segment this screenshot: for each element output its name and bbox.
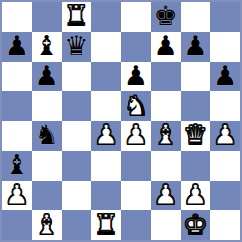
square-h7[interactable] [210, 32, 240, 62]
square-c6[interactable] [62, 62, 92, 92]
piece-white-knight[interactable]: ♞ [124, 92, 148, 119]
square-f3[interactable] [151, 151, 181, 181]
piece-black-pawn[interactable]: ♟ [213, 62, 237, 89]
square-f6[interactable] [151, 62, 181, 92]
piece-white-pawn[interactable]: ♟ [183, 181, 207, 208]
square-f7[interactable]: ♟ [151, 32, 181, 62]
square-g8[interactable] [181, 2, 211, 32]
square-e6[interactable]: ♟ [121, 62, 151, 92]
square-h5[interactable] [210, 91, 240, 121]
piece-black-bishop[interactable]: ♝ [5, 151, 29, 178]
piece-black-knight[interactable]: ♞ [35, 121, 59, 148]
chess-board: ♜♚♟♝♛♟♟♟♟♟♞♞♟♟♝♛♟♝♟♟♟♝♜♚ [0, 0, 242, 242]
square-g1[interactable]: ♚ [181, 210, 211, 240]
square-d6[interactable] [91, 62, 121, 92]
square-e7[interactable] [121, 32, 151, 62]
square-d2[interactable] [91, 181, 121, 211]
square-h2[interactable] [210, 181, 240, 211]
square-b8[interactable] [32, 2, 62, 32]
square-e5[interactable]: ♞ [121, 91, 151, 121]
piece-black-pawn[interactable]: ♟ [183, 32, 207, 59]
square-e3[interactable] [121, 151, 151, 181]
square-e2[interactable] [121, 181, 151, 211]
square-b7[interactable]: ♝ [32, 32, 62, 62]
piece-white-bishop[interactable]: ♝ [154, 121, 178, 148]
piece-white-pawn[interactable]: ♟ [213, 121, 237, 148]
square-b6[interactable]: ♟ [32, 62, 62, 92]
square-c2[interactable] [62, 181, 92, 211]
piece-white-rook[interactable]: ♜ [94, 211, 118, 238]
square-g2[interactable]: ♟ [181, 181, 211, 211]
square-d4[interactable]: ♟ [91, 121, 121, 151]
square-d5[interactable] [91, 91, 121, 121]
square-b1[interactable]: ♝ [32, 210, 62, 240]
square-c5[interactable] [62, 91, 92, 121]
square-h6[interactable]: ♟ [210, 62, 240, 92]
square-a1[interactable] [2, 210, 32, 240]
square-a7[interactable]: ♟ [2, 32, 32, 62]
square-b5[interactable] [32, 91, 62, 121]
square-d1[interactable]: ♜ [91, 210, 121, 240]
square-a3[interactable]: ♝ [2, 151, 32, 181]
square-h4[interactable]: ♟ [210, 121, 240, 151]
piece-black-pawn[interactable]: ♟ [124, 62, 148, 89]
piece-white-queen[interactable]: ♛ [183, 121, 207, 148]
square-c4[interactable] [62, 121, 92, 151]
square-g4[interactable]: ♛ [181, 121, 211, 151]
piece-black-queen[interactable]: ♛ [64, 32, 88, 59]
square-f5[interactable] [151, 91, 181, 121]
piece-white-pawn[interactable]: ♟ [5, 181, 29, 208]
square-b4[interactable]: ♞ [32, 121, 62, 151]
square-a6[interactable] [2, 62, 32, 92]
square-a4[interactable] [2, 121, 32, 151]
square-a5[interactable] [2, 91, 32, 121]
square-c7[interactable]: ♛ [62, 32, 92, 62]
square-e8[interactable] [121, 2, 151, 32]
square-g3[interactable] [181, 151, 211, 181]
square-b3[interactable] [32, 151, 62, 181]
square-c1[interactable] [62, 210, 92, 240]
square-a2[interactable]: ♟ [2, 181, 32, 211]
square-d3[interactable] [91, 151, 121, 181]
piece-black-pawn[interactable]: ♟ [5, 32, 29, 59]
square-f2[interactable]: ♟ [151, 181, 181, 211]
piece-white-rook[interactable]: ♜ [64, 2, 88, 29]
piece-white-pawn[interactable]: ♟ [124, 121, 148, 148]
square-c8[interactable]: ♜ [62, 2, 92, 32]
square-g6[interactable] [181, 62, 211, 92]
piece-white-king[interactable]: ♚ [183, 211, 207, 238]
square-g7[interactable]: ♟ [181, 32, 211, 62]
square-g5[interactable] [181, 91, 211, 121]
square-f8[interactable]: ♚ [151, 2, 181, 32]
piece-black-pawn[interactable]: ♟ [154, 32, 178, 59]
square-h3[interactable] [210, 151, 240, 181]
square-e1[interactable] [121, 210, 151, 240]
square-h8[interactable] [210, 2, 240, 32]
square-f1[interactable] [151, 210, 181, 240]
square-d7[interactable] [91, 32, 121, 62]
piece-black-bishop[interactable]: ♝ [35, 32, 59, 59]
square-c3[interactable] [62, 151, 92, 181]
piece-white-pawn[interactable]: ♟ [94, 121, 118, 148]
piece-black-pawn[interactable]: ♟ [35, 62, 59, 89]
piece-white-pawn[interactable]: ♟ [154, 181, 178, 208]
square-f4[interactable]: ♝ [151, 121, 181, 151]
piece-white-bishop[interactable]: ♝ [35, 211, 59, 238]
piece-black-king[interactable]: ♚ [154, 2, 178, 29]
square-a8[interactable] [2, 2, 32, 32]
square-e4[interactable]: ♟ [121, 121, 151, 151]
square-b2[interactable] [32, 181, 62, 211]
square-d8[interactable] [91, 2, 121, 32]
square-h1[interactable] [210, 210, 240, 240]
